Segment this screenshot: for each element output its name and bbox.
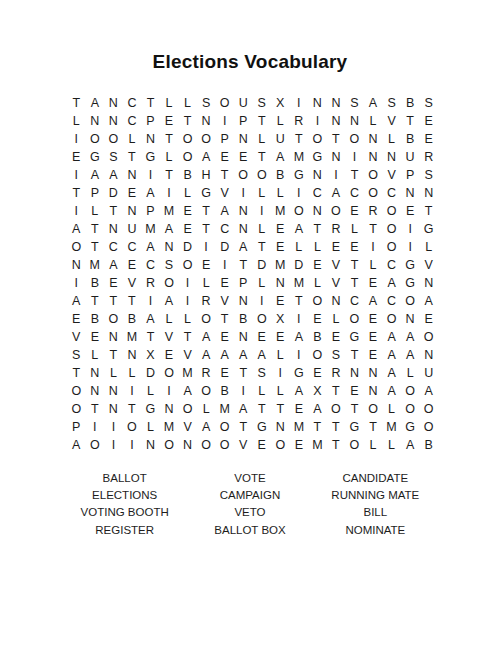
grid-cell-r7c13: O xyxy=(290,202,309,220)
grid-cell-r19c6: M xyxy=(160,418,179,436)
word-bank-column-1: BALLOTELECTIONSVOTING BOOTHREGISTER xyxy=(62,470,187,539)
grid-cell-r2c2: N xyxy=(86,112,105,130)
grid-cell-r4c20: R xyxy=(419,148,438,166)
grid-cell-r2c6: E xyxy=(160,112,179,130)
grid-cell-r3c12: U xyxy=(271,130,290,148)
letter-grid: TANCTLLSOUSXINNSASBSLNNCPETNIPTLRINNLVTE… xyxy=(67,94,438,454)
grid-cell-r14c20: O xyxy=(419,328,438,346)
grid-cell-r11c20: N xyxy=(419,274,438,292)
grid-cell-r3c3: O xyxy=(104,130,123,148)
grid-cell-r15c3: T xyxy=(104,346,123,364)
grid-cell-r1c20: S xyxy=(419,94,438,112)
word-item: NOMINATE xyxy=(313,522,438,539)
grid-cell-r2c19: T xyxy=(401,112,420,130)
grid-cell-r2c11: T xyxy=(252,112,271,130)
grid-cell-r15c14: O xyxy=(308,346,327,364)
grid-cell-r16c3: L xyxy=(104,364,123,382)
grid-cell-r11c11: L xyxy=(252,274,271,292)
grid-cell-r11c1: I xyxy=(67,274,86,292)
grid-cell-r18c14: A xyxy=(308,400,327,418)
grid-cell-r4c7: O xyxy=(178,148,197,166)
grid-cell-r3c18: L xyxy=(382,130,401,148)
grid-cell-r3c8: O xyxy=(197,130,216,148)
grid-cell-r18c5: G xyxy=(141,400,160,418)
grid-cell-r18c6: N xyxy=(160,400,179,418)
word-item: VOTING BOOTH xyxy=(62,504,187,521)
grid-cell-r13c20: E xyxy=(419,310,438,328)
grid-cell-r11c8: L xyxy=(197,274,216,292)
grid-cell-r20c1: A xyxy=(67,436,86,454)
grid-cell-r16c12: I xyxy=(271,364,290,382)
grid-cell-r8c18: O xyxy=(382,220,401,238)
grid-cell-r7c14: N xyxy=(308,202,327,220)
grid-cell-r4c15: N xyxy=(327,148,346,166)
word-item: RUNNING MATE xyxy=(313,487,438,504)
grid-cell-r12c7: I xyxy=(178,292,197,310)
grid-cell-r4c1: E xyxy=(67,148,86,166)
grid-cell-r20c5: N xyxy=(141,436,160,454)
grid-cell-r2c18: V xyxy=(382,112,401,130)
grid-cell-r6c12: L xyxy=(271,184,290,202)
grid-cell-r17c17: N xyxy=(364,382,383,400)
grid-cell-r5c18: V xyxy=(382,166,401,184)
grid-cell-r17c20: A xyxy=(419,382,438,400)
grid-cell-r20c19: A xyxy=(401,436,420,454)
grid-cell-r17c9: B xyxy=(215,382,234,400)
grid-cell-r9c5: A xyxy=(141,238,160,256)
grid-cell-r10c15: V xyxy=(327,256,346,274)
grid-cell-r17c5: L xyxy=(141,382,160,400)
grid-cell-r19c4: O xyxy=(123,418,142,436)
word-item: BILL xyxy=(313,504,438,521)
grid-cell-r3c14: O xyxy=(308,130,327,148)
grid-cell-r4c5: G xyxy=(141,148,160,166)
grid-cell-r6c18: C xyxy=(382,184,401,202)
grid-cell-r5c17: O xyxy=(364,166,383,184)
grid-cell-r19c13: M xyxy=(290,418,309,436)
grid-cell-r18c4: T xyxy=(123,400,142,418)
grid-cell-r8c11: L xyxy=(252,220,271,238)
grid-cell-r11c5: R xyxy=(141,274,160,292)
grid-cell-r18c16: T xyxy=(345,400,364,418)
grid-cell-r2c14: I xyxy=(308,112,327,130)
grid-cell-r12c11: I xyxy=(252,292,271,310)
grid-cell-r8c4: U xyxy=(123,220,142,238)
grid-cell-r17c12: L xyxy=(271,382,290,400)
grid-cell-r14c15: E xyxy=(327,328,346,346)
grid-cell-r18c12: T xyxy=(271,400,290,418)
grid-cell-r19c2: I xyxy=(86,418,105,436)
grid-cell-r15c15: S xyxy=(327,346,346,364)
grid-cell-r10c13: D xyxy=(290,256,309,274)
grid-cell-r12c5: I xyxy=(141,292,160,310)
grid-cell-r10c7: O xyxy=(178,256,197,274)
word-bank: BALLOTELECTIONSVOTING BOOTHREGISTERVOTEC… xyxy=(62,470,438,539)
word-item: ELECTIONS xyxy=(62,487,187,504)
grid-cell-r13c8: O xyxy=(197,310,216,328)
grid-cell-r15c8: A xyxy=(197,346,216,364)
grid-cell-r4c12: A xyxy=(271,148,290,166)
grid-cell-r15c10: A xyxy=(234,346,253,364)
grid-cell-r7c9: A xyxy=(215,202,234,220)
grid-cell-r17c8: O xyxy=(197,382,216,400)
grid-cell-r11c2: B xyxy=(86,274,105,292)
grid-cell-r12c19: O xyxy=(401,292,420,310)
grid-cell-r20c15: T xyxy=(327,436,346,454)
grid-cell-r14c3: N xyxy=(104,328,123,346)
grid-cell-r14c5: T xyxy=(141,328,160,346)
grid-cell-r8c2: T xyxy=(86,220,105,238)
grid-cell-r17c6: I xyxy=(160,382,179,400)
grid-cell-r17c7: A xyxy=(178,382,197,400)
grid-cell-r1c4: C xyxy=(123,94,142,112)
grid-cell-r18c2: T xyxy=(86,400,105,418)
grid-cell-r5c9: T xyxy=(215,166,234,184)
grid-cell-r6c4: E xyxy=(123,184,142,202)
grid-cell-r18c7: O xyxy=(178,400,197,418)
grid-cell-r2c13: R xyxy=(290,112,309,130)
grid-cell-r3c5: N xyxy=(141,130,160,148)
grid-cell-r5c2: A xyxy=(86,166,105,184)
grid-cell-r2c7: T xyxy=(178,112,197,130)
grid-cell-r3c13: T xyxy=(290,130,309,148)
word-item: REGISTER xyxy=(62,522,187,539)
grid-cell-r6c16: C xyxy=(345,184,364,202)
grid-cell-r3c17: N xyxy=(364,130,383,148)
grid-cell-r6c5: A xyxy=(141,184,160,202)
grid-cell-r13c7: L xyxy=(178,310,197,328)
grid-cell-r16c2: N xyxy=(86,364,105,382)
grid-cell-r10c4: E xyxy=(123,256,142,274)
grid-cell-r18c13: E xyxy=(290,400,309,418)
grid-cell-r5c15: I xyxy=(327,166,346,184)
grid-cell-r2c4: C xyxy=(123,112,142,130)
grid-cell-r16c20: U xyxy=(419,364,438,382)
grid-cell-r8c5: M xyxy=(141,220,160,238)
word-item: CANDIDATE xyxy=(313,470,438,487)
grid-cell-r16c16: N xyxy=(345,364,364,382)
grid-cell-r19c9: O xyxy=(215,418,234,436)
grid-cell-r7c8: T xyxy=(197,202,216,220)
grid-cell-r5c20: S xyxy=(419,166,438,184)
grid-cell-r4c11: T xyxy=(252,148,271,166)
grid-cell-r5c4: N xyxy=(123,166,142,184)
grid-cell-r13c5: A xyxy=(141,310,160,328)
grid-cell-r18c17: O xyxy=(364,400,383,418)
grid-cell-r4c13: M xyxy=(290,148,309,166)
grid-cell-r11c7: I xyxy=(178,274,197,292)
grid-cell-r8c9: C xyxy=(215,220,234,238)
grid-cell-r12c17: A xyxy=(364,292,383,310)
grid-cell-r4c2: G xyxy=(86,148,105,166)
grid-cell-r9c7: D xyxy=(178,238,197,256)
grid-cell-r11c13: M xyxy=(290,274,309,292)
grid-cell-r12c4: T xyxy=(123,292,142,310)
grid-cell-r9c2: T xyxy=(86,238,105,256)
grid-cell-r15c17: E xyxy=(364,346,383,364)
grid-cell-r3c2: O xyxy=(86,130,105,148)
grid-cell-r6c1: T xyxy=(67,184,86,202)
grid-cell-r16c5: D xyxy=(141,364,160,382)
grid-cell-r1c19: B xyxy=(401,94,420,112)
grid-cell-r20c10: V xyxy=(234,436,253,454)
grid-cell-r15c7: V xyxy=(178,346,197,364)
grid-cell-r19c20: O xyxy=(419,418,438,436)
grid-cell-r7c2: L xyxy=(86,202,105,220)
grid-cell-r8c1: A xyxy=(67,220,86,238)
grid-cell-r10c10: T xyxy=(234,256,253,274)
grid-cell-r14c13: A xyxy=(290,328,309,346)
grid-cell-r15c2: L xyxy=(86,346,105,364)
grid-cell-r12c14: O xyxy=(308,292,327,310)
grid-cell-r2c17: L xyxy=(364,112,383,130)
grid-cell-r18c11: T xyxy=(252,400,271,418)
grid-cell-r18c18: L xyxy=(382,400,401,418)
grid-cell-r13c16: O xyxy=(345,310,364,328)
grid-cell-r6c10: I xyxy=(234,184,253,202)
grid-cell-r11c19: G xyxy=(401,274,420,292)
grid-cell-r9c4: C xyxy=(123,238,142,256)
grid-cell-r7c16: E xyxy=(345,202,364,220)
grid-cell-r15c6: E xyxy=(160,346,179,364)
grid-cell-r19c17: T xyxy=(364,418,383,436)
grid-cell-r13c9: T xyxy=(215,310,234,328)
grid-cell-r14c18: A xyxy=(382,328,401,346)
grid-cell-r8c10: N xyxy=(234,220,253,238)
grid-cell-r14c12: E xyxy=(271,328,290,346)
grid-cell-r6c8: G xyxy=(197,184,216,202)
grid-cell-r6c7: L xyxy=(178,184,197,202)
grid-cell-r14c6: V xyxy=(160,328,179,346)
grid-cell-r5c10: O xyxy=(234,166,253,184)
grid-cell-r12c1: A xyxy=(67,292,86,310)
word-item: CAMPAIGN xyxy=(187,487,312,504)
grid-cell-r12c15: N xyxy=(327,292,346,310)
grid-cell-r6c6: I xyxy=(160,184,179,202)
grid-cell-r1c1: T xyxy=(67,94,86,112)
grid-cell-r13c12: X xyxy=(271,310,290,328)
grid-cell-r18c8: L xyxy=(197,400,216,418)
grid-cell-r8c16: L xyxy=(345,220,364,238)
grid-cell-r6c13: I xyxy=(290,184,309,202)
grid-cell-r19c1: P xyxy=(67,418,86,436)
grid-cell-r5c11: O xyxy=(252,166,271,184)
grid-cell-r18c3: N xyxy=(104,400,123,418)
grid-cell-r6c9: V xyxy=(215,184,234,202)
grid-cell-r16c4: L xyxy=(123,364,142,382)
grid-cell-r19c7: V xyxy=(178,418,197,436)
grid-cell-r10c2: M xyxy=(86,256,105,274)
grid-cell-r14c19: A xyxy=(401,328,420,346)
grid-cell-r12c3: T xyxy=(104,292,123,310)
grid-cell-r16c11: S xyxy=(252,364,271,382)
grid-cell-r16c6: O xyxy=(160,364,179,382)
grid-cell-r20c9: O xyxy=(215,436,234,454)
grid-cell-r14c14: B xyxy=(308,328,327,346)
grid-cell-r3c15: T xyxy=(327,130,346,148)
grid-cell-r11c6: O xyxy=(160,274,179,292)
grid-cell-r10c19: G xyxy=(401,256,420,274)
grid-cell-r5c12: B xyxy=(271,166,290,184)
grid-cell-r18c1: O xyxy=(67,400,86,418)
grid-cell-r14c8: A xyxy=(197,328,216,346)
grid-cell-r10c9: I xyxy=(215,256,234,274)
grid-cell-r9c13: L xyxy=(290,238,309,256)
word-item: VETO xyxy=(187,504,312,521)
grid-cell-r13c17: E xyxy=(364,310,383,328)
grid-cell-r19c3: I xyxy=(104,418,123,436)
grid-cell-r13c1: E xyxy=(67,310,86,328)
grid-cell-r17c4: I xyxy=(123,382,142,400)
grid-cell-r14c1: V xyxy=(67,328,86,346)
grid-cell-r11c3: E xyxy=(104,274,123,292)
grid-cell-r20c17: L xyxy=(364,436,383,454)
grid-cell-r16c8: R xyxy=(197,364,216,382)
grid-cell-r7c5: P xyxy=(141,202,160,220)
grid-cell-r18c19: O xyxy=(401,400,420,418)
grid-cell-r2c3: N xyxy=(104,112,123,130)
grid-cell-r8c12: E xyxy=(271,220,290,238)
grid-cell-r12c13: T xyxy=(290,292,309,310)
grid-cell-r7c3: T xyxy=(104,202,123,220)
grid-cell-r11c16: T xyxy=(345,274,364,292)
grid-cell-r20c12: O xyxy=(271,436,290,454)
grid-cell-r4c3: S xyxy=(104,148,123,166)
grid-cell-r20c11: E xyxy=(252,436,271,454)
grid-cell-r5c14: N xyxy=(308,166,327,184)
grid-cell-r6c11: L xyxy=(252,184,271,202)
grid-cell-r5c16: T xyxy=(345,166,364,184)
grid-cell-r7c20: T xyxy=(419,202,438,220)
grid-cell-r4c18: N xyxy=(382,148,401,166)
grid-cell-r20c8: O xyxy=(197,436,216,454)
grid-cell-r6c3: D xyxy=(104,184,123,202)
grid-cell-r2c12: L xyxy=(271,112,290,130)
grid-cell-r2c8: N xyxy=(197,112,216,130)
worksheet-page: Elections Vocabulary TANCTLLSOUSXINNSASB… xyxy=(0,0,500,647)
grid-cell-r17c2: N xyxy=(86,382,105,400)
grid-cell-r11c10: P xyxy=(234,274,253,292)
grid-cell-r20c20: B xyxy=(419,436,438,454)
grid-cell-r4c19: U xyxy=(401,148,420,166)
grid-cell-r10c11: D xyxy=(252,256,271,274)
grid-cell-r15c19: A xyxy=(401,346,420,364)
grid-cell-r16c17: N xyxy=(364,364,383,382)
grid-cell-r16c9: E xyxy=(215,364,234,382)
grid-cell-r11c18: A xyxy=(382,274,401,292)
grid-cell-r8c7: E xyxy=(178,220,197,238)
grid-cell-r18c15: O xyxy=(327,400,346,418)
grid-cell-r5c6: T xyxy=(160,166,179,184)
grid-cell-r13c10: B xyxy=(234,310,253,328)
grid-cell-r12c2: T xyxy=(86,292,105,310)
grid-cell-r8c17: T xyxy=(364,220,383,238)
grid-cell-r14c9: E xyxy=(215,328,234,346)
grid-cell-r12c18: C xyxy=(382,292,401,310)
grid-cell-r9c1: O xyxy=(67,238,86,256)
grid-cell-r15c9: A xyxy=(215,346,234,364)
grid-cell-r15c1: S xyxy=(67,346,86,364)
grid-cell-r3c20: E xyxy=(419,130,438,148)
grid-cell-r8c6: A xyxy=(160,220,179,238)
grid-cell-r5c5: I xyxy=(141,166,160,184)
grid-cell-r14c10: N xyxy=(234,328,253,346)
grid-cell-r9c10: A xyxy=(234,238,253,256)
grid-cell-r8c8: T xyxy=(197,220,216,238)
grid-cell-r2c9: I xyxy=(215,112,234,130)
grid-cell-r12c20: A xyxy=(419,292,438,310)
grid-cell-r6c19: N xyxy=(401,184,420,202)
grid-cell-r6c14: C xyxy=(308,184,327,202)
grid-cell-r1c14: N xyxy=(308,94,327,112)
grid-cell-r15c16: T xyxy=(345,346,364,364)
grid-cell-r1c17: A xyxy=(364,94,383,112)
grid-cell-r16c19: L xyxy=(401,364,420,382)
grid-cell-r17c14: X xyxy=(308,382,327,400)
grid-cell-r13c3: O xyxy=(104,310,123,328)
grid-cell-r15c4: N xyxy=(123,346,142,364)
grid-cell-r20c18: L xyxy=(382,436,401,454)
grid-cell-r1c16: S xyxy=(345,94,364,112)
grid-cell-r9c3: C xyxy=(104,238,123,256)
grid-cell-r19c5: L xyxy=(141,418,160,436)
grid-cell-r10c3: A xyxy=(104,256,123,274)
grid-cell-r11c4: V xyxy=(123,274,142,292)
grid-cell-r12c10: N xyxy=(234,292,253,310)
grid-cell-r7c15: O xyxy=(327,202,346,220)
grid-cell-r16c13: G xyxy=(290,364,309,382)
grid-cell-r15c12: L xyxy=(271,346,290,364)
grid-cell-r1c3: N xyxy=(104,94,123,112)
grid-cell-r4c8: A xyxy=(197,148,216,166)
grid-cell-r1c10: U xyxy=(234,94,253,112)
grid-cell-r8c13: A xyxy=(290,220,309,238)
grid-cell-r2c20: E xyxy=(419,112,438,130)
grid-cell-r13c4: B xyxy=(123,310,142,328)
grid-cell-r2c5: P xyxy=(141,112,160,130)
grid-cell-r19c10: T xyxy=(234,418,253,436)
grid-cell-r20c13: E xyxy=(290,436,309,454)
grid-cell-r4c4: T xyxy=(123,148,142,166)
grid-cell-r8c15: R xyxy=(327,220,346,238)
grid-cell-r2c15: N xyxy=(327,112,346,130)
grid-cell-r9c9: D xyxy=(215,238,234,256)
grid-cell-r16c15: R xyxy=(327,364,346,382)
grid-cell-r1c9: O xyxy=(215,94,234,112)
grid-cell-r8c14: T xyxy=(308,220,327,238)
grid-cell-r4c6: L xyxy=(160,148,179,166)
grid-cell-r4c10: E xyxy=(234,148,253,166)
grid-cell-r11c12: N xyxy=(271,274,290,292)
grid-cell-r7c7: E xyxy=(178,202,197,220)
grid-cell-r11c17: E xyxy=(364,274,383,292)
grid-cell-r5c1: I xyxy=(67,166,86,184)
grid-cell-r17c1: O xyxy=(67,382,86,400)
grid-cell-r5c8: H xyxy=(197,166,216,184)
word-item: VOTE xyxy=(187,470,312,487)
grid-cell-r13c2: B xyxy=(86,310,105,328)
word-item: BALLOT xyxy=(62,470,187,487)
grid-cell-r3c10: N xyxy=(234,130,253,148)
grid-cell-r17c16: E xyxy=(345,382,364,400)
grid-cell-r7c4: N xyxy=(123,202,142,220)
grid-cell-r13c18: O xyxy=(382,310,401,328)
grid-cell-r13c14: E xyxy=(308,310,327,328)
grid-cell-r7c10: N xyxy=(234,202,253,220)
grid-cell-r10c17: L xyxy=(364,256,383,274)
grid-cell-r7c17: R xyxy=(364,202,383,220)
grid-cell-r12c12: E xyxy=(271,292,290,310)
